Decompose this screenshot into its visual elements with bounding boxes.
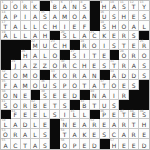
- cell-r10c12[interactable]: I: [110, 90, 120, 100]
- cell-letter: S: [139, 62, 149, 69]
- cell-letter: O: [139, 52, 149, 59]
- cell-letter: L: [31, 131, 40, 138]
- cell-r6c13[interactable]: 28O: [119, 50, 129, 60]
- cell-r4c8[interactable]: L: [70, 31, 80, 41]
- cell-letter: R: [21, 102, 30, 109]
- cell-letter: A: [119, 131, 128, 138]
- cell-letter: I: [60, 111, 69, 118]
- cell-r14c8[interactable]: A: [70, 129, 80, 139]
- cell-r14c9[interactable]: K: [80, 129, 90, 139]
- cell-letter: R: [21, 3, 30, 10]
- cell-r2c12[interactable]: S: [110, 11, 120, 21]
- cell-r6c1-black: [1, 50, 11, 60]
- cell-r8c15[interactable]: S: [139, 70, 149, 80]
- cell-r4c10[interactable]: 21C: [90, 31, 100, 41]
- cell-r1c14[interactable]: 12T: [129, 1, 139, 11]
- cell-r6c11[interactable]: E: [100, 50, 110, 60]
- cell-r8c6[interactable]: 33K: [50, 70, 60, 80]
- cell-letter: C: [50, 42, 59, 49]
- cell-letter: D: [1, 3, 10, 10]
- cell-r7c5[interactable]: Z: [40, 60, 50, 70]
- cell-r11c7[interactable]: S: [60, 100, 70, 110]
- cell-letter: E: [40, 102, 49, 109]
- cell-r13c13[interactable]: R: [119, 119, 129, 129]
- cell-r7c7[interactable]: 30R: [60, 60, 70, 70]
- cell-letter: E: [31, 111, 40, 118]
- cell-letter: A: [1, 142, 10, 149]
- cell-r3c2[interactable]: A: [11, 21, 21, 31]
- cell-r10c3[interactable]: E: [21, 90, 31, 100]
- cell-r3c4[interactable]: L: [31, 21, 41, 31]
- cell-letter: O: [50, 52, 59, 59]
- cell-letter: E: [70, 121, 79, 128]
- cell-r14c2[interactable]: R: [11, 129, 21, 139]
- cell-r14c5[interactable]: S: [40, 129, 50, 139]
- cell-r1c10-black: [90, 1, 100, 11]
- cell-r11c4[interactable]: 42B: [31, 100, 41, 110]
- cell-r5c15[interactable]: 25R: [139, 40, 149, 50]
- cell-r4c5[interactable]: H: [40, 31, 50, 41]
- cell-r11c5[interactable]: E: [40, 100, 50, 110]
- cell-r14c11[interactable]: S: [100, 129, 110, 139]
- cell-letter: E: [129, 142, 138, 149]
- cell-r10c8[interactable]: D: [70, 90, 80, 100]
- cell-r1c6[interactable]: 5B: [50, 1, 60, 11]
- cell-r10c15-black: [139, 90, 149, 100]
- cell-r10c7[interactable]: E: [60, 90, 70, 100]
- cell-r8c9[interactable]: A: [80, 70, 90, 80]
- cell-letter: U: [100, 13, 109, 20]
- cell-letter: T: [80, 82, 89, 89]
- cell-letter: T: [50, 102, 59, 109]
- cell-letter: T: [129, 121, 138, 128]
- cell-letter: D: [70, 92, 79, 99]
- cell-letter: D: [129, 72, 138, 79]
- cell-r3c5[interactable]: C: [40, 21, 50, 31]
- cell-r2c5[interactable]: 15S: [40, 11, 50, 21]
- cell-letter: P: [11, 13, 20, 20]
- cell-r6c5[interactable]: L: [40, 50, 50, 60]
- cell-letter: L: [11, 32, 20, 39]
- cell-r7c15[interactable]: S: [139, 60, 149, 70]
- cell-r1c15[interactable]: 13Y: [139, 1, 149, 11]
- cell-r13c14[interactable]: T: [129, 119, 139, 129]
- cell-letter: S: [110, 42, 119, 49]
- cell-letter: O: [1, 92, 10, 99]
- cell-r7c3[interactable]: A: [21, 60, 31, 70]
- cell-r1c12[interactable]: 10A: [110, 1, 120, 11]
- cell-r15c14[interactable]: E: [129, 139, 139, 149]
- cell-r12c12[interactable]: E: [110, 110, 120, 120]
- cell-r6c8[interactable]: 27S: [70, 50, 80, 60]
- cell-letter: N: [11, 92, 20, 99]
- cell-r13c2[interactable]: A: [11, 119, 21, 129]
- cell-letter: O: [90, 42, 99, 49]
- cell-r9c7[interactable]: P: [60, 80, 70, 90]
- cell-r4c2[interactable]: L: [11, 31, 21, 41]
- cell-r10c5[interactable]: 39S: [40, 90, 50, 100]
- cell-r9c11[interactable]: 37T: [100, 80, 110, 90]
- cell-letter: P: [100, 111, 109, 118]
- cell-letter: B: [80, 102, 89, 109]
- cell-r13c4[interactable]: L: [31, 119, 41, 129]
- cell-r13c11[interactable]: E: [100, 119, 110, 129]
- cell-r2c6[interactable]: A: [50, 11, 60, 21]
- cell-r15c11-black: [100, 139, 110, 149]
- cell-letter: A: [31, 32, 40, 39]
- cell-letter: I: [60, 23, 69, 30]
- cell-letter: A: [11, 121, 20, 128]
- cell-r10c10[interactable]: 40N: [90, 90, 100, 100]
- cell-letter: I: [110, 92, 119, 99]
- cell-r12c14[interactable]: 48E: [129, 110, 139, 120]
- cell-letter: H: [100, 3, 109, 10]
- cell-r10c2[interactable]: N: [11, 90, 21, 100]
- cell-r3c3[interactable]: L: [21, 21, 31, 31]
- cell-r9c15-black: [139, 80, 149, 90]
- cell-r10c13[interactable]: R: [119, 90, 129, 100]
- crossword-board: 1D2O3R4K5B6A7N8S9H10A11S12T13Y14APIA15SA…: [0, 0, 150, 150]
- cell-r12c6[interactable]: S: [50, 110, 60, 120]
- cell-letter: A: [70, 131, 79, 138]
- cell-r6c14[interactable]: R: [129, 50, 139, 60]
- cell-r13c12[interactable]: A: [110, 119, 120, 129]
- cell-r5c10[interactable]: O: [90, 40, 100, 50]
- cell-r15c1[interactable]: 55A: [1, 139, 11, 149]
- cell-r15c8[interactable]: P: [70, 139, 80, 149]
- cell-r9c2[interactable]: A: [11, 80, 21, 90]
- cell-r12c8[interactable]: 45L: [70, 110, 80, 120]
- cell-letter: C: [1, 72, 10, 79]
- cell-r15c13[interactable]: E: [119, 139, 129, 149]
- cell-r3c6[interactable]: H: [50, 21, 60, 31]
- cell-letter: A: [31, 142, 40, 149]
- cell-letter: T: [60, 131, 69, 138]
- cell-r8c8[interactable]: R: [70, 70, 80, 80]
- cell-letter: E: [40, 121, 49, 128]
- cell-r10c11[interactable]: A: [100, 90, 110, 100]
- cell-r5c1-black: [1, 40, 11, 50]
- cell-r8c10[interactable]: N: [90, 70, 100, 80]
- cell-letter: T: [90, 102, 99, 109]
- cell-r15c10[interactable]: D: [90, 139, 100, 149]
- cell-letter: O: [110, 82, 119, 89]
- cell-r2c14[interactable]: E: [129, 11, 139, 21]
- cell-r8c7[interactable]: O: [60, 70, 70, 80]
- cell-letter: L: [21, 32, 30, 39]
- cell-letter: S: [100, 62, 109, 69]
- cell-r12c3[interactable]: E: [21, 110, 31, 120]
- cell-r15c12[interactable]: 57H: [110, 139, 120, 149]
- cell-r3c12[interactable]: H: [110, 21, 120, 31]
- cell-letter: L: [31, 23, 40, 30]
- cell-r4c3[interactable]: L: [21, 31, 31, 41]
- cell-letter: R: [119, 121, 128, 128]
- cell-r7c10[interactable]: E: [90, 60, 100, 70]
- cell-letter: D: [139, 142, 149, 149]
- cell-letter: L: [40, 52, 49, 59]
- cell-r3c15[interactable]: L: [139, 21, 149, 31]
- cell-r14c14[interactable]: R: [129, 129, 139, 139]
- cell-letter: R: [80, 42, 89, 49]
- cell-r6c3[interactable]: 26H: [21, 50, 31, 60]
- cell-letter: L: [1, 121, 10, 128]
- cell-r1c8[interactable]: 7N: [70, 1, 80, 11]
- cell-letter: M: [60, 13, 69, 20]
- cell-letter: M: [31, 42, 40, 49]
- cell-r13c3[interactable]: D: [21, 119, 31, 129]
- cell-letter: L: [70, 32, 79, 39]
- cell-r2c15[interactable]: S: [139, 11, 149, 21]
- cell-letter: S: [139, 13, 149, 20]
- cell-r12c11[interactable]: 46P: [100, 110, 110, 120]
- cell-letter: T: [100, 82, 109, 89]
- cell-r2c7[interactable]: M: [60, 11, 70, 21]
- cell-letter: T: [119, 111, 128, 118]
- cell-r11c10[interactable]: T: [90, 100, 100, 110]
- cell-letter: U: [100, 102, 109, 109]
- cell-letter: E: [129, 13, 138, 20]
- cell-r15c9[interactable]: E: [80, 139, 90, 149]
- cell-r1c7[interactable]: 6A: [60, 1, 70, 11]
- cell-r6c15[interactable]: O: [139, 50, 149, 60]
- cell-letter: L: [21, 23, 30, 30]
- cell-r4c13[interactable]: R: [119, 31, 129, 41]
- cell-letter: H: [21, 52, 30, 59]
- cell-r7c8[interactable]: C: [70, 60, 80, 70]
- cell-letter: Z: [31, 62, 40, 69]
- cell-r13c10[interactable]: 52R: [90, 119, 100, 129]
- cell-r14c13[interactable]: A: [119, 129, 129, 139]
- cell-r14c4[interactable]: L: [31, 129, 41, 139]
- cell-letter: A: [80, 32, 89, 39]
- cell-r4c1[interactable]: 19A: [1, 31, 11, 41]
- cell-r8c4[interactable]: O: [31, 70, 41, 80]
- cell-r12c2[interactable]: 44F: [11, 110, 21, 120]
- cell-r7c14[interactable]: A: [129, 60, 139, 70]
- cell-letter: S: [40, 142, 49, 149]
- cell-letter: B: [50, 3, 59, 10]
- cell-r3c14[interactable]: A: [129, 21, 139, 31]
- cell-letter: E: [110, 32, 119, 39]
- cell-r7c9[interactable]: H: [80, 60, 90, 70]
- cell-r9c14[interactable]: S: [129, 80, 139, 90]
- cell-r11c9[interactable]: 43B: [80, 100, 90, 110]
- cell-r2c4[interactable]: A: [31, 11, 41, 21]
- cell-letter: I: [80, 52, 89, 59]
- cell-letter: S: [60, 102, 69, 109]
- cell-r13c8[interactable]: E: [70, 119, 80, 129]
- cell-r11c12[interactable]: S: [110, 100, 120, 110]
- cell-letter: C: [40, 23, 49, 30]
- cell-r5c6[interactable]: 23C: [50, 40, 60, 50]
- cell-r7c2[interactable]: 29J: [11, 60, 21, 70]
- cell-letter: C: [70, 62, 79, 69]
- cell-letter: M: [21, 82, 30, 89]
- cell-letter: A: [129, 62, 138, 69]
- cell-r2c8[interactable]: O: [70, 11, 80, 21]
- cell-letter: C: [11, 142, 20, 149]
- cell-r7c13[interactable]: R: [119, 60, 129, 70]
- cell-r14c10[interactable]: E: [90, 129, 100, 139]
- cell-r6c6[interactable]: O: [50, 50, 60, 60]
- cell-r6c10[interactable]: T: [90, 50, 100, 60]
- cell-letter: P: [60, 82, 69, 89]
- cell-r12c4[interactable]: E: [31, 110, 41, 120]
- cell-letter: S: [129, 32, 138, 39]
- cell-r15c2[interactable]: C: [11, 139, 21, 149]
- cell-r5c12[interactable]: S: [110, 40, 120, 50]
- cell-r4c7[interactable]: 20S: [60, 31, 70, 41]
- cell-r12c9[interactable]: L: [80, 110, 90, 120]
- cell-letter: E: [139, 131, 149, 138]
- cell-r15c15[interactable]: D: [139, 139, 149, 149]
- cell-letter: D: [21, 121, 30, 128]
- cell-letter: K: [80, 131, 89, 138]
- cell-r4c11[interactable]: K: [100, 31, 110, 41]
- cell-r1c9[interactable]: 8S: [80, 1, 90, 11]
- cell-r9c3[interactable]: M: [21, 80, 31, 90]
- cell-letter: A: [31, 13, 40, 20]
- cell-letter: E: [119, 142, 128, 149]
- cell-letter: T: [119, 42, 128, 49]
- cell-r2c9[interactable]: A: [80, 11, 90, 21]
- cell-r5c4[interactable]: 22M: [31, 40, 41, 50]
- cell-r8c14[interactable]: D: [129, 70, 139, 80]
- cell-r13c5[interactable]: E: [40, 119, 50, 129]
- cell-r5c5[interactable]: U: [40, 40, 50, 50]
- cell-letter: U: [40, 82, 49, 89]
- cell-letter: S: [70, 52, 79, 59]
- cell-r12c5[interactable]: L: [40, 110, 50, 120]
- cell-r13c15[interactable]: H: [139, 119, 149, 129]
- cell-r3c13[interactable]: O: [119, 21, 129, 31]
- cell-r1c3[interactable]: 3R: [21, 1, 31, 11]
- cell-r14c15[interactable]: E: [139, 129, 149, 139]
- cell-letter: A: [110, 121, 119, 128]
- cell-r3c11[interactable]: 18S: [100, 21, 110, 31]
- cell-letter: R: [139, 42, 149, 49]
- cell-letter: N: [60, 121, 69, 128]
- cell-letter: A: [11, 82, 20, 89]
- cell-letter: H: [40, 32, 49, 39]
- cell-r7c11[interactable]: S: [100, 60, 110, 70]
- cell-r1c4[interactable]: 4K: [31, 1, 41, 11]
- cell-letter: E: [60, 92, 69, 99]
- cell-r1c2[interactable]: 2O: [11, 1, 21, 11]
- cell-letter: C: [110, 131, 119, 138]
- cell-letter: A: [21, 131, 30, 138]
- cell-letter: M: [21, 72, 30, 79]
- cell-letter: F: [11, 111, 20, 118]
- cell-letter: T: [1, 23, 10, 30]
- cell-letter: N: [70, 3, 79, 10]
- cell-letter: E: [50, 92, 59, 99]
- cell-r9c12[interactable]: O: [110, 80, 120, 90]
- cell-letter: F: [80, 23, 89, 30]
- cell-r9c4[interactable]: O: [31, 80, 41, 90]
- cell-r2c13[interactable]: H: [119, 11, 129, 21]
- cell-r8c12[interactable]: 34A: [110, 70, 120, 80]
- cell-letter: S: [139, 111, 149, 118]
- cell-letter: A: [60, 3, 69, 10]
- cell-r11c6[interactable]: T: [50, 100, 60, 110]
- cell-r10c6[interactable]: E: [50, 90, 60, 100]
- cell-letter: O: [11, 72, 20, 79]
- cell-r15c5[interactable]: S: [40, 139, 50, 149]
- cell-letter: O: [119, 23, 128, 30]
- cell-letter: T: [90, 52, 99, 59]
- cell-r5c9[interactable]: 24R: [80, 40, 90, 50]
- cell-r9c8[interactable]: O: [70, 80, 80, 90]
- cell-letter: R: [119, 62, 128, 69]
- cell-letter: H: [139, 121, 149, 128]
- cell-r11c3[interactable]: R: [21, 100, 31, 110]
- cell-letter: E: [21, 111, 30, 118]
- cell-r8c3[interactable]: M: [21, 70, 31, 80]
- cell-r6c4[interactable]: A: [31, 50, 41, 60]
- cell-r9c9[interactable]: T: [80, 80, 90, 90]
- cell-letter: E: [100, 121, 109, 128]
- cell-r11c1[interactable]: 41S: [1, 100, 11, 110]
- cell-r2c2[interactable]: P: [11, 11, 21, 21]
- cell-letter: L: [139, 23, 149, 30]
- cell-r12c15[interactable]: 49S: [139, 110, 149, 120]
- cell-r9c13[interactable]: E: [119, 80, 129, 90]
- cell-r2c10-black: [90, 11, 100, 21]
- cell-letter: H: [110, 142, 119, 149]
- cell-r14c3[interactable]: A: [21, 129, 31, 139]
- cell-letter: S: [80, 3, 89, 10]
- cell-letter: I: [21, 13, 30, 20]
- cell-letter: R: [119, 92, 128, 99]
- cell-r5c7[interactable]: H: [60, 40, 70, 50]
- cell-r8c13[interactable]: D: [119, 70, 129, 80]
- cell-r15c4[interactable]: A: [31, 139, 41, 149]
- cell-letter: L: [31, 121, 40, 128]
- cell-letter: A: [1, 13, 10, 20]
- cell-r5c11[interactable]: I: [100, 40, 110, 50]
- cell-r3c9[interactable]: F: [80, 21, 90, 31]
- cell-r5c14[interactable]: E: [129, 40, 139, 50]
- cell-letter: A: [31, 52, 40, 59]
- cell-r7c4[interactable]: Z: [31, 60, 41, 70]
- cell-r6c9[interactable]: I: [80, 50, 90, 60]
- cell-r2c3[interactable]: I: [21, 11, 31, 21]
- cell-letter: E: [70, 23, 79, 30]
- cell-letter: O: [119, 52, 128, 59]
- cell-letter: J: [11, 62, 20, 69]
- cell-r12c13[interactable]: 47T: [119, 110, 129, 120]
- cell-r4c12[interactable]: E: [110, 31, 120, 41]
- cell-letter: L: [80, 111, 89, 118]
- cell-letter: K: [100, 32, 109, 39]
- cell-r15c3[interactable]: T: [21, 139, 31, 149]
- cell-r15c7[interactable]: 56O: [60, 139, 70, 149]
- cell-r9c6[interactable]: S: [50, 80, 60, 90]
- cell-letter: K: [31, 3, 40, 10]
- cell-letter: A: [110, 3, 119, 10]
- cell-r13c9[interactable]: A: [80, 119, 90, 129]
- cell-r3c8[interactable]: E: [70, 21, 80, 31]
- cell-r14c6-black: [50, 129, 60, 139]
- cell-r8c2[interactable]: O: [11, 70, 21, 80]
- cell-letter: Z: [40, 62, 49, 69]
- cell-r4c14[interactable]: S: [129, 31, 139, 41]
- cell-letter: H: [80, 62, 89, 69]
- cell-letter: T: [129, 3, 138, 10]
- cell-r1c13[interactable]: 11S: [119, 1, 129, 11]
